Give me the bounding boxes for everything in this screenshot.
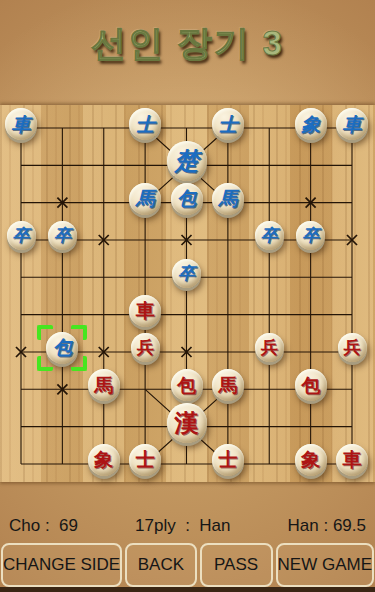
piece-cho-soldier-e5[interactable]: 卒 (172, 259, 201, 288)
button-bar: CHANGE SIDE BACK PASS NEW GAME (0, 543, 375, 587)
han-general-glyph: 漢 (175, 411, 199, 435)
piece-han-elephant-c10[interactable]: 象 (88, 444, 120, 476)
piece-cho-advisor-f1[interactable]: 士 (212, 108, 244, 140)
piece-cho-general-e2[interactable]: 楚 (167, 141, 207, 181)
cho-soldier-glyph: 卒 (54, 227, 71, 244)
piece-han-horse-c8[interactable]: 馬 (88, 369, 120, 401)
change-side-button[interactable]: CHANGE SIDE (1, 543, 122, 587)
han-elephant-glyph: 象 (301, 450, 320, 469)
cho-soldier-glyph: 卒 (261, 227, 278, 244)
cho-chariot-glyph: 車 (343, 115, 362, 134)
piece-han-soldier-i7[interactable]: 兵 (338, 333, 367, 362)
han-chariot-glyph: 車 (343, 450, 362, 469)
han-soldier-glyph: 兵 (137, 339, 154, 356)
cho-soldier-glyph: 卒 (13, 227, 30, 244)
back-button[interactable]: BACK (125, 543, 196, 587)
han-advisor-glyph: 士 (136, 450, 155, 469)
han-soldier-glyph: 兵 (261, 339, 278, 356)
piece-han-elephant-h10[interactable]: 象 (295, 444, 327, 476)
han-soldier-glyph: 兵 (344, 339, 361, 356)
piece-han-chariot-i10[interactable]: 車 (336, 444, 368, 476)
piece-han-horse-f8[interactable]: 馬 (212, 369, 244, 401)
app-title: 선인 장기 3 (0, 20, 375, 67)
score-cho: Cho : 69 (9, 516, 78, 536)
score-han: Han : 69.5 (288, 516, 366, 536)
cho-cannon-glyph: 包 (53, 338, 72, 357)
cho-advisor-glyph: 士 (136, 115, 155, 134)
piece-cho-horse-d3[interactable]: 馬 (129, 183, 161, 215)
cho-soldier-glyph: 卒 (302, 227, 319, 244)
cho-cannon-glyph: 包 (177, 189, 196, 208)
han-chariot-glyph: 車 (136, 301, 155, 320)
cho-soldier-glyph: 卒 (178, 265, 195, 282)
cho-general-glyph: 楚 (175, 149, 199, 173)
cho-chariot-glyph: 車 (12, 115, 31, 134)
piece-han-cannon-h8[interactable]: 包 (295, 369, 327, 401)
piece-cho-elephant-h1[interactable]: 象 (295, 108, 327, 140)
piece-cho-cannon-e3[interactable]: 包 (171, 183, 203, 215)
cho-horse-glyph: 馬 (136, 189, 155, 208)
piece-han-general-e9[interactable]: 漢 (167, 403, 207, 443)
cho-horse-glyph: 馬 (218, 189, 237, 208)
piece-han-advisor-f10[interactable]: 士 (212, 444, 244, 476)
piece-han-advisor-d10[interactable]: 士 (129, 444, 161, 476)
cho-advisor-glyph: 士 (218, 115, 237, 134)
cho-elephant-glyph: 象 (301, 115, 320, 134)
status-bar: Cho : 69 17ply : Han Han : 69.5 (0, 514, 375, 538)
piece-cho-soldier-a4[interactable]: 卒 (7, 221, 36, 250)
han-horse-glyph: 馬 (218, 376, 237, 395)
han-cannon-glyph: 包 (301, 376, 320, 395)
piece-cho-chariot-i1[interactable]: 車 (336, 108, 368, 140)
piece-han-cannon-e8[interactable]: 包 (171, 369, 203, 401)
piece-cho-chariot-a1[interactable]: 車 (5, 108, 37, 140)
app-screen: 선인 장기 3 車士士象車楚馬包馬卒卒卒卒卒包車兵兵兵馬包馬包漢象士士象車 Ch… (0, 0, 375, 592)
piece-cho-horse-f3[interactable]: 馬 (212, 183, 244, 215)
piece-han-soldier-d7[interactable]: 兵 (131, 333, 160, 362)
piece-cho-advisor-d1[interactable]: 士 (129, 108, 161, 140)
han-elephant-glyph: 象 (94, 450, 113, 469)
han-advisor-glyph: 士 (218, 450, 237, 469)
han-cannon-glyph: 包 (177, 376, 196, 395)
han-horse-glyph: 馬 (94, 376, 113, 395)
piece-han-chariot-d6[interactable]: 車 (129, 295, 161, 327)
new-game-button[interactable]: NEW GAME (276, 543, 374, 587)
engine-status: 17ply : Han (135, 516, 230, 536)
janggi-board[interactable]: 車士士象車楚馬包馬卒卒卒卒卒包車兵兵兵馬包馬包漢象士士象車 (0, 105, 375, 482)
pass-button[interactable]: PASS (200, 543, 273, 587)
